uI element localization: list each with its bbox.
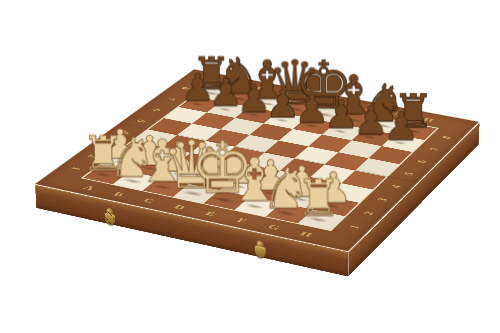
brass-clasp (254, 239, 267, 261)
chess-board: AABBCCDDEEFFGGHH1122334455667788 ♜♞♝♛♚♝♞… (35, 69, 479, 251)
piece-white-rook-h1: ♜ (275, 172, 361, 222)
brass-clasp (104, 207, 116, 228)
product-photo: AABBCCDDEEFFGGHH1122334455667788 ♜♞♝♛♚♝♞… (0, 0, 500, 333)
photo-scene: AABBCCDDEEFFGGHH1122334455667788 ♜♞♝♛♚♝♞… (0, 0, 500, 333)
